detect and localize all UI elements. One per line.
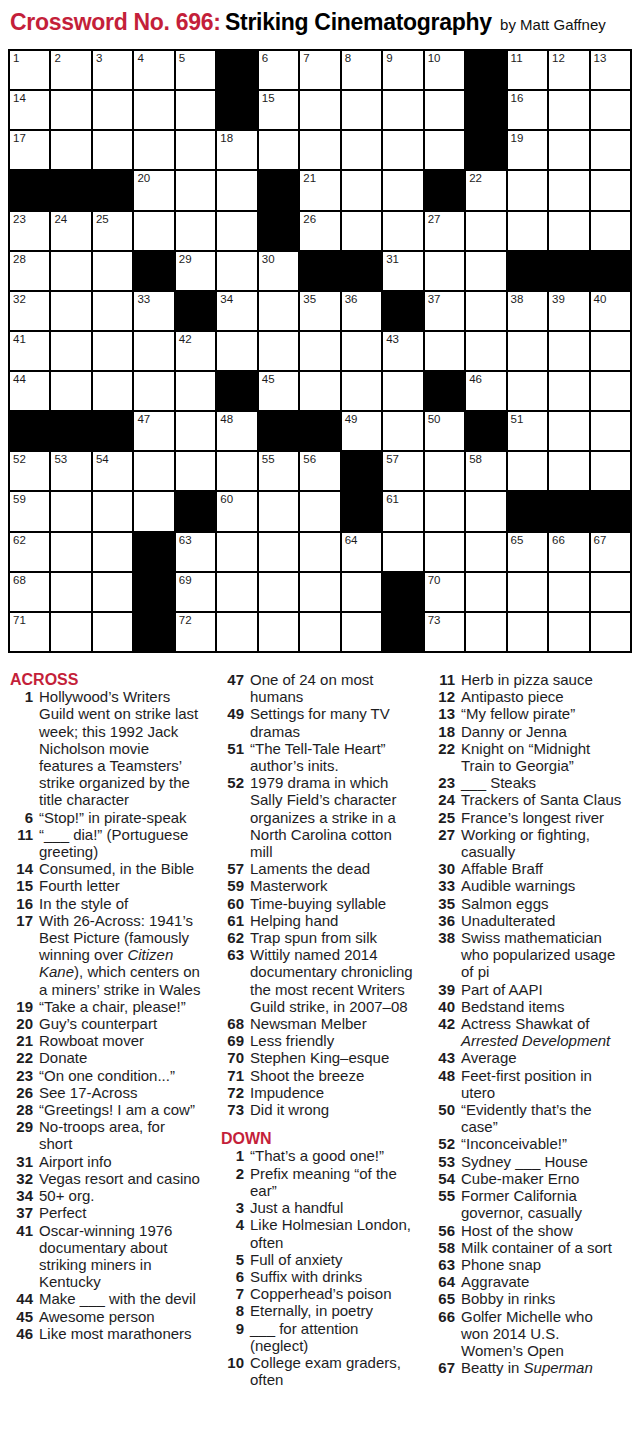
clue-number: 29 — [10, 1118, 33, 1152]
white-cell[interactable] — [549, 412, 588, 450]
white-cell[interactable] — [176, 131, 215, 169]
white-cell[interactable] — [300, 332, 339, 370]
white-cell[interactable] — [176, 412, 215, 450]
clue-across-41: 41Oscar-winning 1976 documentary about s… — [10, 1222, 207, 1291]
clue-text: Like Holmesian London, often — [250, 1216, 413, 1250]
white-cell[interactable] — [425, 91, 464, 129]
clue-text: Time-buying syllable — [250, 895, 413, 912]
clue-text: Fourth letter — [39, 877, 202, 894]
cell-number: 67 — [594, 534, 607, 547]
clue-text: “My fellow pirate” — [461, 705, 624, 722]
white-cell[interactable] — [383, 131, 422, 169]
clue-text: France’s longest river — [461, 809, 624, 826]
white-cell[interactable]: 73 — [425, 613, 464, 651]
page-header: Crossword No. 696: Striking Cinematograp… — [0, 0, 640, 36]
white-cell[interactable]: 12 — [549, 51, 588, 89]
white-cell[interactable] — [508, 573, 547, 611]
white-cell[interactable]: 64 — [342, 533, 381, 571]
across-header: ACROSS — [10, 671, 207, 688]
white-cell[interactable] — [425, 492, 464, 530]
clue-text: Suffix with drinks — [250, 1268, 413, 1285]
white-cell[interactable]: 34 — [217, 292, 256, 330]
black-cell — [217, 372, 256, 410]
white-cell[interactable]: 48 — [217, 412, 256, 450]
clue-text: Donate — [39, 1049, 202, 1066]
white-cell[interactable]: 54 — [93, 452, 132, 490]
white-cell[interactable] — [259, 492, 298, 530]
white-cell[interactable] — [217, 452, 256, 490]
white-cell[interactable] — [591, 372, 630, 410]
white-cell[interactable] — [383, 412, 422, 450]
white-cell[interactable] — [134, 91, 173, 129]
white-cell[interactable] — [591, 613, 630, 651]
white-cell[interactable] — [217, 533, 256, 571]
white-cell[interactable] — [176, 91, 215, 129]
white-cell[interactable] — [508, 332, 547, 370]
black-cell — [259, 171, 298, 209]
white-cell[interactable] — [93, 91, 132, 129]
white-cell[interactable]: 41 — [10, 332, 49, 370]
white-cell[interactable] — [466, 252, 505, 290]
puzzle-number-title: Crossword No. 696: — [10, 9, 221, 35]
white-cell[interactable] — [549, 613, 588, 651]
white-cell[interactable]: 71 — [10, 613, 49, 651]
white-cell[interactable] — [591, 212, 630, 250]
white-cell[interactable]: 9 — [383, 51, 422, 89]
clue-down-22: 22Knight on “Midnight Train to Georgia” — [432, 740, 629, 774]
white-cell[interactable]: 67 — [591, 533, 630, 571]
white-cell[interactable] — [508, 613, 547, 651]
cell-number: 44 — [13, 373, 26, 386]
cell-number: 24 — [54, 213, 67, 226]
black-cell — [217, 51, 256, 89]
cell-number: 27 — [428, 213, 441, 226]
clue-down-13: 13“My fellow pirate” — [432, 705, 629, 722]
clue-text: Awesome person — [39, 1308, 202, 1325]
white-cell[interactable] — [342, 332, 381, 370]
white-cell[interactable]: 33 — [134, 292, 173, 330]
white-cell[interactable] — [93, 573, 132, 611]
white-cell[interactable]: 60 — [217, 492, 256, 530]
white-cell[interactable]: 21 — [300, 171, 339, 209]
white-cell[interactable]: 18 — [217, 131, 256, 169]
cell-number: 57 — [386, 453, 399, 466]
white-cell[interactable] — [51, 252, 90, 290]
white-cell[interactable]: 39 — [549, 292, 588, 330]
white-cell[interactable]: 70 — [425, 573, 464, 611]
white-cell[interactable]: 8 — [342, 51, 381, 89]
clue-text: “That’s a good one!” — [250, 1147, 413, 1164]
white-cell[interactable]: 6 — [259, 51, 298, 89]
white-cell[interactable] — [466, 332, 505, 370]
white-cell[interactable] — [217, 212, 256, 250]
clue-number: 13 — [432, 705, 455, 722]
cell-number: 48 — [220, 413, 233, 426]
white-cell[interactable] — [383, 372, 422, 410]
black-cell — [134, 613, 173, 651]
white-cell[interactable]: 27 — [425, 212, 464, 250]
white-cell[interactable]: 4 — [134, 51, 173, 89]
clue-across-34: 3450+ org. — [10, 1187, 207, 1204]
black-cell — [466, 412, 505, 450]
white-cell[interactable]: 36 — [342, 292, 381, 330]
white-cell[interactable]: 19 — [508, 131, 547, 169]
clue-text: Shoot the breeze — [250, 1067, 413, 1084]
white-cell[interactable] — [591, 452, 630, 490]
white-cell[interactable] — [508, 452, 547, 490]
white-cell[interactable]: 52 — [10, 452, 49, 490]
white-cell[interactable] — [93, 613, 132, 651]
white-cell[interactable] — [259, 613, 298, 651]
white-cell[interactable]: 32 — [10, 292, 49, 330]
black-cell — [466, 91, 505, 129]
clue-across-14: 14Consumed, in the Bible — [10, 860, 207, 877]
white-cell[interactable]: 24 — [51, 212, 90, 250]
white-cell[interactable] — [51, 613, 90, 651]
white-cell[interactable] — [259, 332, 298, 370]
white-cell[interactable] — [176, 171, 215, 209]
clue-text: Part of AAPI — [461, 981, 624, 998]
white-cell[interactable] — [549, 372, 588, 410]
white-cell[interactable] — [425, 252, 464, 290]
white-cell[interactable] — [300, 573, 339, 611]
white-cell[interactable]: 66 — [549, 533, 588, 571]
white-cell[interactable] — [591, 573, 630, 611]
white-cell[interactable]: 50 — [425, 412, 464, 450]
cell-number: 58 — [469, 453, 482, 466]
black-cell — [259, 212, 298, 250]
white-cell[interactable] — [508, 212, 547, 250]
clue-number: 53 — [432, 1153, 455, 1170]
white-cell[interactable]: 3 — [93, 51, 132, 89]
white-cell[interactable] — [342, 212, 381, 250]
clue-number: 19 — [10, 998, 33, 1015]
white-cell[interactable]: 65 — [508, 533, 547, 571]
white-cell[interactable] — [51, 91, 90, 129]
white-cell[interactable] — [342, 613, 381, 651]
white-cell[interactable]: 7 — [300, 51, 339, 89]
black-cell — [342, 492, 381, 530]
white-cell[interactable] — [93, 252, 132, 290]
clue-number: 42 — [432, 1015, 455, 1049]
cell-number: 53 — [54, 453, 67, 466]
white-cell[interactable] — [466, 533, 505, 571]
white-cell[interactable] — [217, 171, 256, 209]
cell-number: 10 — [428, 52, 441, 65]
white-cell[interactable] — [51, 292, 90, 330]
white-cell[interactable]: 37 — [425, 292, 464, 330]
white-cell[interactable]: 5 — [176, 51, 215, 89]
white-cell[interactable]: 13 — [591, 51, 630, 89]
clue-down-54: 54Cube-maker Erno — [432, 1170, 629, 1187]
clue-text: “Stop!” in pirate-speak — [39, 809, 202, 826]
across-list-1: 1Hollywood’s Writers Guild went on strik… — [10, 688, 207, 1342]
white-cell[interactable] — [259, 533, 298, 571]
white-cell[interactable] — [176, 372, 215, 410]
byline: by Matt Gaffney — [500, 16, 606, 33]
clue-text: Rowboat mover — [39, 1032, 202, 1049]
white-cell[interactable]: 29 — [176, 252, 215, 290]
clue-number: 11 — [432, 671, 455, 688]
white-cell[interactable]: 47 — [134, 412, 173, 450]
clue-across-16: 16In the style of — [10, 895, 207, 912]
clue-number: 41 — [10, 1222, 33, 1291]
white-cell[interactable] — [425, 452, 464, 490]
cell-number: 72 — [179, 614, 192, 627]
clue-number: 22 — [432, 740, 455, 774]
clues-column-1: ACROSS 1Hollywood’s Writers Guild went o… — [10, 671, 207, 1388]
white-cell[interactable]: 62 — [10, 533, 49, 571]
white-cell[interactable]: 51 — [508, 412, 547, 450]
white-cell[interactable]: 43 — [383, 332, 422, 370]
white-cell[interactable] — [342, 171, 381, 209]
white-cell[interactable] — [51, 492, 90, 530]
white-cell[interactable]: 72 — [176, 613, 215, 651]
white-cell[interactable] — [466, 573, 505, 611]
clue-number: 70 — [221, 1049, 244, 1066]
clue-text: Knight on “Midnight Train to Georgia” — [461, 740, 624, 774]
white-cell[interactable] — [93, 372, 132, 410]
clue-text: Average — [461, 1049, 624, 1066]
white-cell[interactable]: 56 — [300, 452, 339, 490]
white-cell[interactable]: 40 — [591, 292, 630, 330]
white-cell[interactable]: 49 — [342, 412, 381, 450]
white-cell[interactable] — [217, 332, 256, 370]
clue-number: 6 — [10, 809, 33, 826]
white-cell[interactable] — [134, 332, 173, 370]
cell-number: 47 — [137, 413, 150, 426]
clue-number: 2 — [221, 1165, 244, 1199]
white-cell[interactable]: 58 — [466, 452, 505, 490]
white-cell[interactable] — [300, 91, 339, 129]
white-cell[interactable] — [51, 372, 90, 410]
clue-number: 20 — [10, 1015, 33, 1032]
clue-text: Masterwork — [250, 877, 413, 894]
white-cell[interactable]: 42 — [176, 332, 215, 370]
clue-text: “Evidently that’s the case” — [461, 1101, 624, 1135]
white-cell[interactable] — [134, 212, 173, 250]
cell-number: 4 — [137, 52, 143, 65]
crossword-grid: 1234567891011121314151617181920212223242… — [8, 49, 632, 653]
clue-down-38: 38Swiss mathematician who popularized us… — [432, 929, 629, 981]
white-cell[interactable] — [259, 131, 298, 169]
white-cell[interactable]: 26 — [300, 212, 339, 250]
white-cell[interactable] — [549, 332, 588, 370]
clue-text: Oscar-winning 1976 documentary about str… — [39, 1222, 202, 1291]
white-cell[interactable] — [425, 131, 464, 169]
white-cell[interactable] — [300, 372, 339, 410]
white-cell[interactable] — [425, 533, 464, 571]
clue-down-53: 53Sydney ___ House — [432, 1153, 629, 1170]
clue-text: “Inconceivable!” — [461, 1135, 624, 1152]
white-cell[interactable]: 30 — [259, 252, 298, 290]
cell-number: 31 — [386, 253, 399, 266]
white-cell[interactable]: 55 — [259, 452, 298, 490]
white-cell[interactable] — [591, 91, 630, 129]
white-cell[interactable] — [342, 372, 381, 410]
white-cell[interactable] — [93, 332, 132, 370]
cell-number: 69 — [179, 574, 192, 587]
white-cell[interactable] — [51, 573, 90, 611]
cell-number: 12 — [552, 52, 565, 65]
white-cell[interactable] — [217, 573, 256, 611]
clue-text: Less friendly — [250, 1032, 413, 1049]
clue-across-44: 44Make ___ with the devil — [10, 1290, 207, 1307]
white-cell[interactable]: 1 — [10, 51, 49, 89]
white-cell[interactable] — [549, 131, 588, 169]
white-cell[interactable]: 17 — [10, 131, 49, 169]
white-cell[interactable] — [93, 131, 132, 169]
white-cell[interactable] — [549, 91, 588, 129]
clue-number: 22 — [10, 1049, 33, 1066]
white-cell[interactable]: 15 — [259, 91, 298, 129]
clue-number: 43 — [432, 1049, 455, 1066]
clue-text: “Greetings! I am a cow” — [39, 1101, 202, 1118]
cell-number: 36 — [345, 293, 358, 306]
white-cell[interactable] — [383, 91, 422, 129]
white-cell[interactable]: 22 — [466, 171, 505, 209]
white-cell[interactable] — [549, 573, 588, 611]
white-cell[interactable]: 61 — [383, 492, 422, 530]
clue-down-64: 64Aggravate — [432, 1273, 629, 1290]
clue-text: Danny or Jenna — [461, 723, 624, 740]
clue-across-51: 51“The Tell-Tale Heart” author’s inits. — [221, 740, 418, 774]
white-cell[interactable]: 57 — [383, 452, 422, 490]
white-cell[interactable] — [549, 452, 588, 490]
clue-text: Did it wrong — [250, 1101, 413, 1118]
white-cell[interactable]: 2 — [51, 51, 90, 89]
clue-down-43: 43Average — [432, 1049, 629, 1066]
clue-number: 44 — [10, 1290, 33, 1307]
white-cell[interactable]: 28 — [10, 252, 49, 290]
white-cell[interactable] — [134, 131, 173, 169]
clue-text: Working or fighting, casually — [461, 826, 624, 860]
white-cell[interactable] — [259, 292, 298, 330]
clue-number: 8 — [221, 1302, 244, 1319]
white-cell[interactable] — [549, 171, 588, 209]
white-cell[interactable] — [466, 613, 505, 651]
white-cell[interactable]: 68 — [10, 573, 49, 611]
white-cell[interactable] — [134, 452, 173, 490]
clue-down-52: 52“Inconceivable!” — [432, 1135, 629, 1152]
clue-number: 50 — [432, 1101, 455, 1135]
white-cell[interactable] — [466, 492, 505, 530]
clue-number: 56 — [432, 1222, 455, 1239]
white-cell[interactable] — [591, 332, 630, 370]
white-cell[interactable] — [466, 292, 505, 330]
white-cell[interactable]: 69 — [176, 573, 215, 611]
white-cell[interactable] — [176, 452, 215, 490]
white-cell[interactable] — [134, 372, 173, 410]
white-cell[interactable]: 53 — [51, 452, 90, 490]
cell-number: 25 — [96, 213, 109, 226]
white-cell[interactable] — [425, 332, 464, 370]
white-cell[interactable]: 25 — [93, 212, 132, 250]
white-cell[interactable] — [342, 131, 381, 169]
white-cell[interactable] — [217, 252, 256, 290]
clue-text: Like most marathoners — [39, 1325, 202, 1342]
clue-number: 33 — [432, 877, 455, 894]
clue-number: 61 — [221, 912, 244, 929]
white-cell[interactable]: 59 — [10, 492, 49, 530]
white-cell[interactable]: 44 — [10, 372, 49, 410]
clue-text: 50+ org. — [39, 1187, 202, 1204]
clue-number: 10 — [221, 1354, 244, 1388]
clue-text: Phone snap — [461, 1256, 624, 1273]
white-cell[interactable] — [217, 613, 256, 651]
white-cell[interactable]: 38 — [508, 292, 547, 330]
white-cell[interactable]: 16 — [508, 91, 547, 129]
white-cell[interactable] — [549, 212, 588, 250]
white-cell[interactable] — [508, 372, 547, 410]
white-cell[interactable] — [383, 533, 422, 571]
clue-across-1: 1Hollywood’s Writers Guild went on strik… — [10, 688, 207, 808]
white-cell[interactable] — [591, 412, 630, 450]
clue-text: Cube-maker Erno — [461, 1170, 624, 1187]
clue-number: 17 — [10, 912, 33, 998]
white-cell[interactable] — [300, 492, 339, 530]
clue-number: 34 — [10, 1187, 33, 1204]
white-cell[interactable] — [51, 533, 90, 571]
clue-text: ___ Steaks — [461, 774, 624, 791]
white-cell[interactable] — [93, 292, 132, 330]
clue-number: 60 — [221, 895, 244, 912]
white-cell[interactable] — [342, 91, 381, 129]
clue-across-70: 70Stephen King–esque — [221, 1049, 418, 1066]
cell-number: 38 — [511, 293, 524, 306]
white-cell[interactable] — [466, 212, 505, 250]
clue-down-8: 8Eternally, in poetry — [221, 1302, 418, 1319]
white-cell[interactable] — [508, 171, 547, 209]
white-cell[interactable]: 11 — [508, 51, 547, 89]
white-cell[interactable] — [93, 533, 132, 571]
white-cell[interactable] — [383, 212, 422, 250]
clue-text: Impudence — [250, 1084, 413, 1101]
white-cell[interactable] — [51, 131, 90, 169]
white-cell[interactable] — [591, 171, 630, 209]
white-cell[interactable]: 23 — [10, 212, 49, 250]
black-cell — [51, 171, 90, 209]
white-cell[interactable]: 20 — [134, 171, 173, 209]
white-cell[interactable] — [342, 573, 381, 611]
white-cell[interactable]: 10 — [425, 51, 464, 89]
white-cell[interactable] — [259, 573, 298, 611]
clue-text: Milk container of a sort — [461, 1239, 624, 1256]
white-cell[interactable] — [383, 171, 422, 209]
white-cell[interactable] — [176, 212, 215, 250]
white-cell[interactable] — [300, 131, 339, 169]
white-cell[interactable]: 46 — [466, 372, 505, 410]
clue-down-42: 42Actress Shawkat of Arrested Developmen… — [432, 1015, 629, 1049]
white-cell[interactable] — [51, 332, 90, 370]
across-list-2: 47One of 24 on most humans49Settings for… — [221, 671, 418, 1118]
white-cell[interactable]: 63 — [176, 533, 215, 571]
white-cell[interactable]: 31 — [383, 252, 422, 290]
black-cell — [176, 492, 215, 530]
white-cell[interactable] — [93, 492, 132, 530]
white-cell[interactable] — [300, 613, 339, 651]
white-cell[interactable] — [134, 492, 173, 530]
white-cell[interactable]: 45 — [259, 372, 298, 410]
white-cell[interactable]: 14 — [10, 91, 49, 129]
white-cell[interactable] — [591, 131, 630, 169]
cell-number: 41 — [13, 333, 26, 346]
clue-text: Stephen King–esque — [250, 1049, 413, 1066]
white-cell[interactable]: 35 — [300, 292, 339, 330]
clue-number: 66 — [432, 1308, 455, 1360]
white-cell[interactable] — [300, 533, 339, 571]
cell-number: 23 — [13, 213, 26, 226]
